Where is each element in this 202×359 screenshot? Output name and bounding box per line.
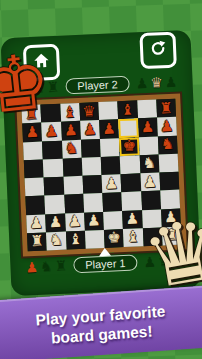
square-d1[interactable] bbox=[85, 230, 105, 249]
player2-right-pieces: ♟♛♟ bbox=[135, 74, 177, 92]
white-pawn[interactable]: ♟ bbox=[143, 174, 157, 190]
square-c8[interactable]: ♝ bbox=[60, 103, 80, 122]
square-d2[interactable]: ♟ bbox=[84, 211, 104, 230]
red-queen[interactable]: ♛ bbox=[82, 104, 96, 120]
white-bishop[interactable]: ♝ bbox=[68, 232, 82, 248]
square-d7[interactable]: ♟ bbox=[80, 120, 100, 139]
red-pawn[interactable]: ♟ bbox=[64, 123, 78, 139]
white-king[interactable]: ♚ bbox=[107, 231, 121, 247]
square-g6[interactable] bbox=[138, 136, 158, 155]
square-h8[interactable]: ♜ bbox=[156, 99, 176, 118]
white-bishop[interactable]: ♝ bbox=[126, 230, 140, 246]
square-b6[interactable] bbox=[42, 140, 62, 159]
silhouette-rook: ♜ bbox=[54, 258, 67, 275]
square-g7[interactable]: ♟ bbox=[138, 118, 158, 137]
white-pawn[interactable]: ♟ bbox=[48, 215, 62, 231]
white-rook[interactable]: ♜ bbox=[30, 234, 44, 250]
player2-label: Player 2 bbox=[65, 76, 130, 95]
square-f7[interactable] bbox=[118, 119, 138, 138]
red-pawn[interactable]: ♟ bbox=[102, 121, 116, 137]
red-bishop[interactable]: ♝ bbox=[63, 105, 77, 121]
square-c6[interactable]: ♞ bbox=[61, 139, 81, 158]
square-f6[interactable]: ♚ bbox=[119, 137, 139, 156]
square-b5[interactable] bbox=[43, 158, 63, 177]
square-a1[interactable]: ♜ bbox=[27, 232, 47, 251]
square-g4[interactable]: ♟ bbox=[140, 172, 160, 191]
square-d6[interactable] bbox=[81, 139, 101, 158]
square-f5[interactable] bbox=[120, 155, 140, 174]
player1-label-text: Player 1 bbox=[85, 257, 126, 271]
silhouette-pawn: ♟ bbox=[135, 75, 148, 92]
square-c3[interactable] bbox=[64, 194, 84, 213]
red-pawn[interactable]: ♟ bbox=[160, 119, 174, 135]
red-knight[interactable]: ♞ bbox=[64, 141, 78, 157]
square-b1[interactable]: ♞ bbox=[46, 231, 66, 250]
red-pawn[interactable]: ♟ bbox=[83, 122, 97, 138]
square-a4[interactable] bbox=[25, 178, 45, 197]
turn-indicator-arrow bbox=[99, 248, 111, 257]
square-h5[interactable] bbox=[158, 153, 178, 172]
square-e6[interactable] bbox=[100, 138, 120, 157]
white-pawn[interactable]: ♟ bbox=[68, 214, 82, 230]
square-c1[interactable]: ♝ bbox=[65, 231, 85, 250]
square-c2[interactable]: ♟ bbox=[65, 212, 85, 231]
square-f3[interactable] bbox=[122, 192, 142, 211]
square-c5[interactable] bbox=[62, 158, 82, 177]
square-d5[interactable] bbox=[81, 157, 101, 176]
square-f4[interactable] bbox=[121, 173, 141, 192]
square-a3[interactable] bbox=[25, 196, 45, 215]
white-pawn[interactable]: ♟ bbox=[104, 176, 118, 192]
square-c4[interactable] bbox=[63, 176, 83, 195]
red-bishop[interactable]: ♝ bbox=[121, 102, 135, 118]
square-g8[interactable] bbox=[137, 100, 157, 119]
square-e4[interactable]: ♟ bbox=[102, 174, 122, 193]
white-pawn[interactable]: ♟ bbox=[29, 216, 43, 232]
player1-left-pieces: ♟♞♜ bbox=[25, 258, 67, 276]
square-d3[interactable] bbox=[83, 193, 103, 212]
silhouette-knight: ♞ bbox=[40, 258, 53, 275]
square-c7[interactable]: ♟ bbox=[61, 121, 81, 140]
square-h6[interactable]: ♞ bbox=[158, 135, 178, 154]
square-a2[interactable]: ♟ bbox=[26, 214, 46, 233]
red-knight[interactable]: ♞ bbox=[161, 137, 175, 153]
red-pawn[interactable]: ♟ bbox=[44, 124, 58, 140]
square-e2[interactable] bbox=[103, 211, 123, 230]
square-b4[interactable] bbox=[44, 177, 64, 196]
silhouette-pawn: ♟ bbox=[164, 74, 177, 91]
square-g3[interactable] bbox=[141, 191, 161, 210]
square-a6[interactable] bbox=[23, 141, 43, 160]
square-e8[interactable] bbox=[98, 101, 118, 120]
decorative-red-king-art: ♚ bbox=[0, 43, 54, 126]
square-g5[interactable]: ♞ bbox=[139, 154, 159, 173]
chess-app-screen: ♟♞♜ Player 2 ♟♛♟ ♜♝♛♝♜♟♟♟♟♟♟♟♞♚♞♞♟♟♟♟♟♟♟… bbox=[0, 0, 202, 359]
square-b3[interactable] bbox=[45, 195, 65, 214]
square-e3[interactable] bbox=[102, 192, 122, 211]
white-knight[interactable]: ♞ bbox=[142, 156, 156, 172]
captured-queen: ♛ bbox=[150, 74, 163, 91]
player1-label: Player 1 bbox=[73, 255, 138, 274]
red-king[interactable]: ♚ bbox=[122, 139, 136, 155]
square-h7[interactable]: ♟ bbox=[157, 117, 177, 136]
square-a5[interactable] bbox=[24, 159, 44, 178]
refresh-icon bbox=[149, 39, 168, 62]
white-pawn[interactable]: ♟ bbox=[87, 213, 101, 229]
captured-pawn: ♟ bbox=[25, 259, 38, 276]
square-e5[interactable] bbox=[101, 156, 121, 175]
square-e1[interactable]: ♚ bbox=[104, 229, 124, 248]
square-f8[interactable]: ♝ bbox=[118, 100, 138, 119]
square-h4[interactable] bbox=[159, 172, 179, 191]
square-d8[interactable]: ♛ bbox=[79, 102, 99, 121]
red-rook[interactable]: ♜ bbox=[159, 100, 173, 116]
white-knight[interactable]: ♞ bbox=[49, 233, 63, 249]
refresh-button[interactable] bbox=[139, 32, 177, 70]
square-e7[interactable]: ♟ bbox=[99, 119, 119, 138]
square-d4[interactable] bbox=[82, 175, 102, 194]
red-pawn[interactable]: ♟ bbox=[141, 120, 155, 136]
square-b2[interactable]: ♟ bbox=[45, 213, 65, 232]
